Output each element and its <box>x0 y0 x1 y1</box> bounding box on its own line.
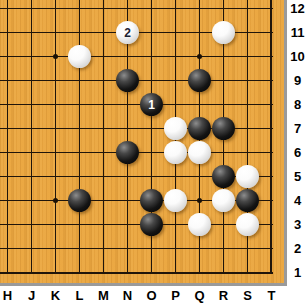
intersection-S6[interactable] <box>236 141 260 165</box>
intersection-T2[interactable] <box>260 237 284 261</box>
star-point-Q10 <box>197 54 202 59</box>
intersection-N2[interactable] <box>116 237 140 261</box>
go-board-grid: 21 <box>0 0 284 283</box>
intersection-H5[interactable] <box>0 165 20 189</box>
intersection-M3[interactable] <box>92 213 116 237</box>
intersection-K5[interactable] <box>44 165 68 189</box>
intersection-J3[interactable] <box>20 213 44 237</box>
intersection-O7[interactable] <box>140 117 164 141</box>
intersection-L10[interactable] <box>68 45 92 69</box>
intersection-P9[interactable] <box>164 69 188 93</box>
col-label-P: P <box>166 288 186 304</box>
intersection-T9[interactable] <box>260 69 284 93</box>
intersection-H12[interactable] <box>0 0 20 21</box>
intersection-T8[interactable] <box>260 93 284 117</box>
intersection-H1[interactable] <box>0 261 20 284</box>
col-label-H: H <box>0 288 18 304</box>
intersection-J8[interactable] <box>20 93 44 117</box>
col-label-Q: Q <box>190 288 210 304</box>
stone-black-O3 <box>140 213 163 236</box>
stone-black-Q9 <box>188 69 211 92</box>
intersection-L4[interactable] <box>68 189 92 213</box>
col-label-K: K <box>46 288 66 304</box>
intersection-K6[interactable] <box>44 141 68 165</box>
row-label-4: 4 <box>287 192 308 210</box>
intersection-K1[interactable] <box>44 261 68 284</box>
intersection-S4[interactable] <box>236 189 260 213</box>
intersection-N5[interactable] <box>116 165 140 189</box>
row-label-12: 12 <box>287 0 308 18</box>
stone-white-P6 <box>164 141 187 164</box>
intersection-O3[interactable] <box>140 213 164 237</box>
intersection-J2[interactable] <box>20 237 44 261</box>
go-diagram: 21 121110987654321 HJKLMNOPQRST <box>0 0 308 308</box>
intersection-O8[interactable]: 1 <box>140 93 164 117</box>
row-label-3: 3 <box>287 216 308 234</box>
stone-black-Q7 <box>188 117 211 140</box>
intersection-R9[interactable] <box>212 69 236 93</box>
intersection-S12[interactable] <box>236 0 260 21</box>
intersection-P11[interactable] <box>164 21 188 45</box>
stone-black-O4 <box>140 189 163 212</box>
intersection-R1[interactable] <box>212 261 236 284</box>
intersection-M7[interactable] <box>92 117 116 141</box>
intersection-Q10[interactable] <box>188 45 212 69</box>
intersection-S2[interactable] <box>236 237 260 261</box>
intersection-K3[interactable] <box>44 213 68 237</box>
col-label-O: O <box>142 288 162 304</box>
intersection-K7[interactable] <box>44 117 68 141</box>
intersection-L6[interactable] <box>68 141 92 165</box>
intersection-K4[interactable] <box>44 189 68 213</box>
intersection-T12[interactable] <box>260 0 284 21</box>
stone-black-N6 <box>116 141 139 164</box>
intersection-N10[interactable] <box>116 45 140 69</box>
intersection-S5[interactable] <box>236 165 260 189</box>
intersection-H8[interactable] <box>0 93 20 117</box>
intersection-N3[interactable] <box>116 213 140 237</box>
intersection-K12[interactable] <box>44 0 68 21</box>
stone-black-S4 <box>236 189 259 212</box>
intersection-S9[interactable] <box>236 69 260 93</box>
intersection-R8[interactable] <box>212 93 236 117</box>
intersection-O10[interactable] <box>140 45 164 69</box>
intersection-R5[interactable] <box>212 165 236 189</box>
intersection-P1[interactable] <box>164 261 188 284</box>
row-label-7: 7 <box>287 120 308 138</box>
intersection-J11[interactable] <box>20 21 44 45</box>
intersection-J4[interactable] <box>20 189 44 213</box>
intersection-J1[interactable] <box>20 261 44 284</box>
intersection-Q6[interactable] <box>188 141 212 165</box>
board-border-bottom <box>0 283 287 286</box>
stone-white-R4 <box>212 189 235 212</box>
intersection-Q11[interactable] <box>188 21 212 45</box>
intersection-J9[interactable] <box>20 69 44 93</box>
intersection-S1[interactable] <box>236 261 260 284</box>
intersection-M9[interactable] <box>92 69 116 93</box>
intersection-H11[interactable] <box>0 21 20 45</box>
intersection-R2[interactable] <box>212 237 236 261</box>
col-label-J: J <box>22 288 42 304</box>
intersection-Q8[interactable] <box>188 93 212 117</box>
intersection-K8[interactable] <box>44 93 68 117</box>
row-label-10: 10 <box>287 48 308 66</box>
col-label-L: L <box>70 288 90 304</box>
intersection-Q12[interactable] <box>188 0 212 21</box>
intersection-J10[interactable] <box>20 45 44 69</box>
intersection-Q1[interactable] <box>188 261 212 284</box>
stone-white-P4 <box>164 189 187 212</box>
intersection-P3[interactable] <box>164 213 188 237</box>
stone-black-L4 <box>68 189 91 212</box>
intersection-M6[interactable] <box>92 141 116 165</box>
intersection-L9[interactable] <box>68 69 92 93</box>
intersection-M10[interactable] <box>92 45 116 69</box>
intersection-S8[interactable] <box>236 93 260 117</box>
stone-white-N11: 2 <box>116 21 139 44</box>
intersection-P5[interactable] <box>164 165 188 189</box>
intersection-N7[interactable] <box>116 117 140 141</box>
stone-black-R5 <box>212 165 235 188</box>
intersection-M4[interactable] <box>92 189 116 213</box>
star-point-Q4 <box>197 198 202 203</box>
intersection-H6[interactable] <box>0 141 20 165</box>
intersection-L12[interactable] <box>68 0 92 21</box>
intersection-L7[interactable] <box>68 117 92 141</box>
row-label-11: 11 <box>287 24 308 42</box>
intersection-T11[interactable] <box>260 21 284 45</box>
intersection-Q9[interactable] <box>188 69 212 93</box>
stone-white-P7 <box>164 117 187 140</box>
star-point-K4 <box>53 198 58 203</box>
stone-black-O8: 1 <box>140 93 163 116</box>
row-label-9: 9 <box>287 72 308 90</box>
col-label-M: M <box>94 288 114 304</box>
intersection-Q4[interactable] <box>188 189 212 213</box>
intersection-R10[interactable] <box>212 45 236 69</box>
intersection-H3[interactable] <box>0 213 20 237</box>
intersection-R11[interactable] <box>212 21 236 45</box>
intersection-N12[interactable] <box>116 0 140 21</box>
intersection-P10[interactable] <box>164 45 188 69</box>
stone-white-L10 <box>68 45 91 68</box>
intersection-P4[interactable] <box>164 189 188 213</box>
row-label-1: 1 <box>287 264 308 282</box>
intersection-O1[interactable] <box>140 261 164 284</box>
intersection-J12[interactable] <box>20 0 44 21</box>
intersection-H9[interactable] <box>0 69 20 93</box>
intersection-R7[interactable] <box>212 117 236 141</box>
intersection-Q5[interactable] <box>188 165 212 189</box>
intersection-O2[interactable] <box>140 237 164 261</box>
intersection-L5[interactable] <box>68 165 92 189</box>
intersection-M12[interactable] <box>92 0 116 21</box>
intersection-L1[interactable] <box>68 261 92 284</box>
intersection-R3[interactable] <box>212 213 236 237</box>
intersection-L11[interactable] <box>68 21 92 45</box>
intersection-M11[interactable] <box>92 21 116 45</box>
col-label-R: R <box>214 288 234 304</box>
intersection-P2[interactable] <box>164 237 188 261</box>
star-point-K10 <box>53 54 58 59</box>
intersection-N4[interactable] <box>116 189 140 213</box>
stone-white-R11 <box>212 21 235 44</box>
intersection-K10[interactable] <box>44 45 68 69</box>
intersection-M1[interactable] <box>92 261 116 284</box>
intersection-T1[interactable] <box>260 261 284 284</box>
intersection-T3[interactable] <box>260 213 284 237</box>
col-label-N: N <box>118 288 138 304</box>
intersection-K2[interactable] <box>44 237 68 261</box>
intersection-N9[interactable] <box>116 69 140 93</box>
intersection-S11[interactable] <box>236 21 260 45</box>
intersection-O9[interactable] <box>140 69 164 93</box>
row-label-6: 6 <box>287 144 308 162</box>
intersection-M8[interactable] <box>92 93 116 117</box>
stone-white-Q3 <box>188 213 211 236</box>
col-label-S: S <box>238 288 258 304</box>
intersection-O5[interactable] <box>140 165 164 189</box>
intersection-H4[interactable] <box>0 189 20 213</box>
stone-white-Q6 <box>188 141 211 164</box>
intersection-H10[interactable] <box>0 45 20 69</box>
intersection-Q7[interactable] <box>188 117 212 141</box>
intersection-J5[interactable] <box>20 165 44 189</box>
intersection-Q3[interactable] <box>188 213 212 237</box>
stone-white-S3 <box>236 213 259 236</box>
intersection-L8[interactable] <box>68 93 92 117</box>
intersection-K11[interactable] <box>44 21 68 45</box>
intersection-N6[interactable] <box>116 141 140 165</box>
stone-white-S5 <box>236 165 259 188</box>
intersection-N11[interactable]: 2 <box>116 21 140 45</box>
intersection-T6[interactable] <box>260 141 284 165</box>
intersection-M5[interactable] <box>92 165 116 189</box>
intersection-P6[interactable] <box>164 141 188 165</box>
intersection-S10[interactable] <box>236 45 260 69</box>
intersection-O11[interactable] <box>140 21 164 45</box>
go-board: 21 <box>0 0 284 283</box>
intersection-T5[interactable] <box>260 165 284 189</box>
intersection-P12[interactable] <box>164 0 188 21</box>
intersection-O4[interactable] <box>140 189 164 213</box>
intersection-J6[interactable] <box>20 141 44 165</box>
row-label-2: 2 <box>287 240 308 258</box>
col-label-T: T <box>262 288 282 304</box>
intersection-O12[interactable] <box>140 0 164 21</box>
intersection-H7[interactable] <box>0 117 20 141</box>
intersection-K9[interactable] <box>44 69 68 93</box>
intersection-T4[interactable] <box>260 189 284 213</box>
intersection-R6[interactable] <box>212 141 236 165</box>
intersection-P7[interactable] <box>164 117 188 141</box>
intersection-Q2[interactable] <box>188 237 212 261</box>
intersection-S7[interactable] <box>236 117 260 141</box>
intersection-T7[interactable] <box>260 117 284 141</box>
intersection-H2[interactable] <box>0 237 20 261</box>
row-label-8: 8 <box>287 96 308 114</box>
row-label-5: 5 <box>287 168 308 186</box>
intersection-T10[interactable] <box>260 45 284 69</box>
intersection-M2[interactable] <box>92 237 116 261</box>
intersection-J7[interactable] <box>20 117 44 141</box>
stone-black-R7 <box>212 117 235 140</box>
stone-black-N9 <box>116 69 139 92</box>
intersection-L3[interactable] <box>68 213 92 237</box>
intersection-L2[interactable] <box>68 237 92 261</box>
intersection-P8[interactable] <box>164 93 188 117</box>
intersection-R12[interactable] <box>212 0 236 21</box>
intersection-O6[interactable] <box>140 141 164 165</box>
intersection-N1[interactable] <box>116 261 140 284</box>
intersection-S3[interactable] <box>236 213 260 237</box>
intersection-R4[interactable] <box>212 189 236 213</box>
intersection-N8[interactable] <box>116 93 140 117</box>
